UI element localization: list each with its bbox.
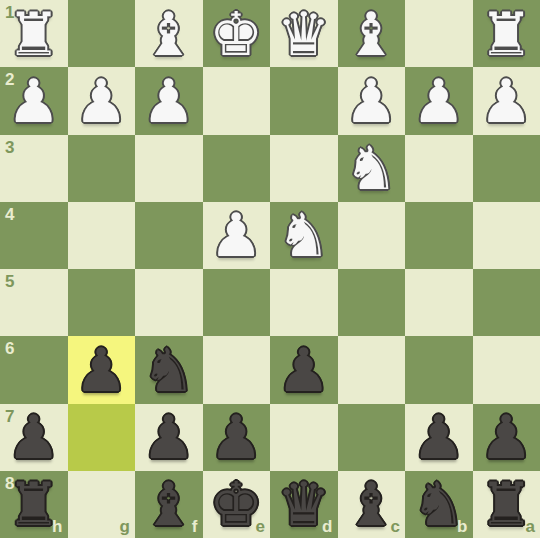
piece-white-knight[interactable]: ♞︎ [277, 205, 331, 265]
square-b7[interactable]: ♟︎ [405, 404, 473, 471]
square-f8[interactable]: f♝︎ [135, 471, 203, 538]
square-c1[interactable]: ♝︎ [338, 0, 406, 67]
piece-white-pawn[interactable]: ♟︎ [142, 71, 196, 131]
square-g1[interactable] [68, 0, 136, 67]
square-h4[interactable]: 4 [0, 202, 68, 269]
piece-white-pawn[interactable]: ♟︎ [479, 71, 533, 131]
square-a3[interactable] [473, 135, 540, 202]
square-c4[interactable] [338, 202, 406, 269]
square-e6[interactable] [203, 336, 271, 403]
square-h7[interactable]: 7♟︎ [0, 404, 68, 471]
square-a1[interactable]: ♜︎ [473, 0, 540, 67]
square-b3[interactable] [405, 135, 473, 202]
square-d7[interactable] [270, 404, 338, 471]
piece-white-knight[interactable]: ♞︎ [344, 138, 398, 198]
square-h3[interactable]: 3 [0, 135, 68, 202]
square-b5[interactable] [405, 269, 473, 336]
square-f5[interactable] [135, 269, 203, 336]
piece-black-pawn[interactable]: ♟︎ [74, 340, 128, 400]
piece-black-pawn[interactable]: ♟︎ [479, 407, 533, 467]
piece-black-rook[interactable]: ♜︎ [7, 474, 61, 534]
square-e8[interactable]: e♚︎ [203, 471, 271, 538]
square-d8[interactable]: d♛︎ [270, 471, 338, 538]
piece-white-pawn[interactable]: ♟︎ [412, 71, 466, 131]
piece-white-queen[interactable]: ♛︎ [277, 4, 331, 64]
square-b8[interactable]: b♞︎ [405, 471, 473, 538]
piece-white-pawn[interactable]: ♟︎ [7, 71, 61, 131]
square-b6[interactable] [405, 336, 473, 403]
square-b2[interactable]: ♟︎ [405, 67, 473, 134]
square-a5[interactable] [473, 269, 540, 336]
square-a7[interactable]: ♟︎ [473, 404, 540, 471]
square-f1[interactable]: ♝︎ [135, 0, 203, 67]
square-g4[interactable] [68, 202, 136, 269]
piece-black-pawn[interactable]: ♟︎ [142, 407, 196, 467]
square-h5[interactable]: 5 [0, 269, 68, 336]
piece-black-knight[interactable]: ♞︎ [142, 340, 196, 400]
square-a6[interactable] [473, 336, 540, 403]
square-e5[interactable] [203, 269, 271, 336]
square-c7[interactable] [338, 404, 406, 471]
square-e3[interactable] [203, 135, 271, 202]
piece-black-pawn[interactable]: ♟︎ [412, 407, 466, 467]
square-a2[interactable]: ♟︎ [473, 67, 540, 134]
piece-white-rook[interactable]: ♜︎ [7, 4, 61, 64]
piece-black-pawn[interactable]: ♟︎ [7, 407, 61, 467]
piece-black-knight[interactable]: ♞︎ [412, 474, 466, 534]
piece-white-king[interactable]: ♚︎ [209, 4, 263, 64]
piece-white-pawn[interactable]: ♟︎ [74, 71, 128, 131]
square-d3[interactable] [270, 135, 338, 202]
square-g2[interactable]: ♟︎ [68, 67, 136, 134]
square-a8[interactable]: a♜︎ [473, 471, 540, 538]
piece-white-pawn[interactable]: ♟︎ [209, 205, 263, 265]
square-c2[interactable]: ♟︎ [338, 67, 406, 134]
square-b1[interactable] [405, 0, 473, 67]
square-a4[interactable] [473, 202, 540, 269]
square-e2[interactable] [203, 67, 271, 134]
square-c8[interactable]: c♝︎ [338, 471, 406, 538]
square-d1[interactable]: ♛︎ [270, 0, 338, 67]
square-g6[interactable]: ♟︎ [68, 336, 136, 403]
square-c5[interactable] [338, 269, 406, 336]
piece-white-bishop[interactable]: ♝︎ [142, 4, 196, 64]
square-d6[interactable]: ♟︎ [270, 336, 338, 403]
piece-black-rook[interactable]: ♜︎ [479, 474, 533, 534]
square-c3[interactable]: ♞︎ [338, 135, 406, 202]
chess-board[interactable]: 1♜︎♝︎♚︎♛︎♝︎♜︎2♟︎♟︎♟︎♟︎♟︎♟︎3♞︎4♟︎♞︎56♟︎♞︎… [0, 0, 540, 538]
square-h1[interactable]: 1♜︎ [0, 0, 68, 67]
square-e4[interactable]: ♟︎ [203, 202, 271, 269]
square-f7[interactable]: ♟︎ [135, 404, 203, 471]
square-g5[interactable] [68, 269, 136, 336]
file-label-g: g [120, 518, 130, 535]
piece-white-bishop[interactable]: ♝︎ [344, 4, 398, 64]
square-f6[interactable]: ♞︎ [135, 336, 203, 403]
square-d2[interactable] [270, 67, 338, 134]
square-d4[interactable]: ♞︎ [270, 202, 338, 269]
rank-label-3: 3 [5, 139, 14, 156]
square-h6[interactable]: 6 [0, 336, 68, 403]
square-h8[interactable]: 8h♜︎ [0, 471, 68, 538]
square-d5[interactable] [270, 269, 338, 336]
square-e1[interactable]: ♚︎ [203, 0, 271, 67]
rank-label-4: 4 [5, 206, 14, 223]
square-h2[interactable]: 2♟︎ [0, 67, 68, 134]
square-c6[interactable] [338, 336, 406, 403]
rank-label-6: 6 [5, 340, 14, 357]
piece-black-bishop[interactable]: ♝︎ [344, 474, 398, 534]
piece-black-queen[interactable]: ♛︎ [277, 474, 331, 534]
piece-white-pawn[interactable]: ♟︎ [344, 71, 398, 131]
square-b4[interactable] [405, 202, 473, 269]
square-g3[interactable] [68, 135, 136, 202]
piece-black-pawn[interactable]: ♟︎ [277, 340, 331, 400]
square-f2[interactable]: ♟︎ [135, 67, 203, 134]
piece-white-rook[interactable]: ♜︎ [479, 4, 533, 64]
square-f4[interactable] [135, 202, 203, 269]
square-g7[interactable] [68, 404, 136, 471]
piece-black-pawn[interactable]: ♟︎ [209, 407, 263, 467]
square-e7[interactable]: ♟︎ [203, 404, 271, 471]
piece-black-bishop[interactable]: ♝︎ [142, 474, 196, 534]
square-g8[interactable]: g [68, 471, 136, 538]
square-f3[interactable] [135, 135, 203, 202]
rank-label-5: 5 [5, 273, 14, 290]
piece-black-king[interactable]: ♚︎ [209, 474, 263, 534]
